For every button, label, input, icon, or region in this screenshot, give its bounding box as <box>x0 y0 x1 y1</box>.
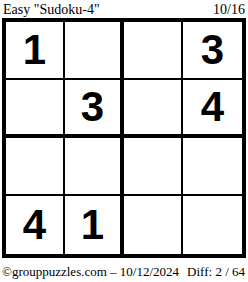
cell-r1c3[interactable] <box>124 22 183 80</box>
cell-r2c2[interactable]: 3 <box>65 80 124 138</box>
cell-r2c3[interactable] <box>124 80 183 138</box>
cell-r4c2[interactable]: 1 <box>65 196 124 254</box>
copyright-date: ©grouppuzzles.com – 10/12/2024 <box>2 264 179 279</box>
cell-r1c4[interactable]: 3 <box>183 22 242 80</box>
cell-r1c1[interactable]: 1 <box>6 22 65 80</box>
page-number: 10/16 <box>213 2 245 17</box>
cell-r4c1[interactable]: 4 <box>6 196 65 254</box>
cell-r4c4[interactable] <box>183 196 242 254</box>
cell-r3c3[interactable] <box>124 138 183 196</box>
puzzle-title: Easy "Sudoku-4" <box>3 2 100 17</box>
cell-r3c1[interactable] <box>6 138 65 196</box>
cell-r2c4[interactable]: 4 <box>183 80 242 138</box>
cell-r4c3[interactable] <box>124 196 183 254</box>
sudoku-board: 133441 <box>2 18 246 258</box>
cell-r2c1[interactable] <box>6 80 65 138</box>
difficulty-label: Diff: 2 / 64 <box>187 264 245 279</box>
cell-r3c2[interactable] <box>65 138 124 196</box>
cell-r3c4[interactable] <box>183 138 242 196</box>
cell-r1c2[interactable] <box>65 22 124 80</box>
